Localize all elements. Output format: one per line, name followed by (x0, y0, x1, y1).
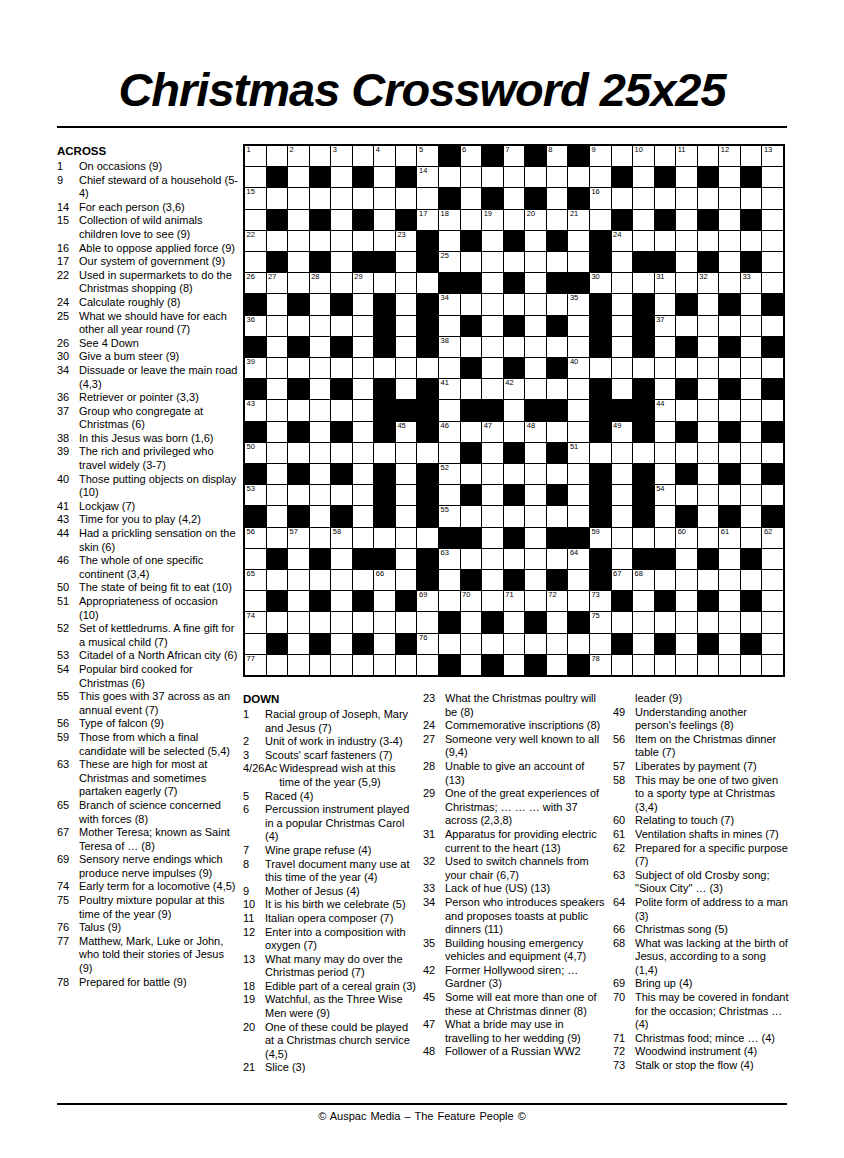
grid-cell[interactable] (633, 231, 654, 251)
grid-cell[interactable] (439, 167, 460, 187)
grid-cell[interactable] (267, 655, 288, 675)
grid-cell[interactable] (762, 167, 783, 187)
grid-cell[interactable] (612, 443, 633, 463)
grid-cell[interactable]: 76 (417, 634, 438, 654)
grid-cell[interactable] (612, 612, 633, 632)
grid-cell[interactable] (267, 464, 288, 484)
grid-cell[interactable]: 5 (417, 146, 438, 166)
grid-cell[interactable]: 35 (568, 294, 589, 314)
grid-cell[interactable] (288, 549, 309, 569)
grid-cell[interactable]: 63 (439, 549, 460, 569)
grid-cell[interactable] (267, 570, 288, 590)
grid-cell[interactable] (482, 167, 503, 187)
grid-cell[interactable] (482, 294, 503, 314)
grid-cell[interactable] (417, 188, 438, 208)
grid-cell[interactable]: 64 (568, 549, 589, 569)
grid-cell[interactable] (547, 167, 568, 187)
grid-cell[interactable] (482, 528, 503, 548)
grid-cell[interactable]: 25 (439, 252, 460, 272)
grid-cell[interactable] (698, 570, 719, 590)
grid-cell[interactable] (461, 167, 482, 187)
grid-cell[interactable] (353, 316, 374, 336)
grid-cell[interactable] (353, 400, 374, 420)
grid-cell[interactable]: 27 (267, 273, 288, 293)
grid-cell[interactable] (461, 337, 482, 357)
grid-cell[interactable] (267, 358, 288, 378)
grid-cell[interactable] (267, 528, 288, 548)
grid-cell[interactable] (525, 591, 546, 611)
grid-cell[interactable] (719, 549, 740, 569)
grid-cell[interactable]: 45 (396, 422, 417, 442)
grid-cell[interactable] (762, 231, 783, 251)
grid-cell[interactable] (331, 358, 352, 378)
grid-cell[interactable] (374, 591, 395, 611)
grid-cell[interactable] (612, 464, 633, 484)
grid-cell[interactable] (245, 167, 266, 187)
grid-cell[interactable] (719, 210, 740, 230)
grid-cell[interactable]: 30 (590, 273, 611, 293)
grid-cell[interactable] (590, 210, 611, 230)
grid-cell[interactable] (655, 443, 676, 463)
grid-cell[interactable] (568, 400, 589, 420)
grid-cell[interactable] (353, 358, 374, 378)
grid-cell[interactable] (590, 443, 611, 463)
grid-cell[interactable]: 37 (655, 316, 676, 336)
grid-cell[interactable]: 24 (612, 231, 633, 251)
grid-cell[interactable] (288, 188, 309, 208)
grid-cell[interactable] (288, 655, 309, 675)
grid-cell[interactable] (374, 443, 395, 463)
grid-cell[interactable] (288, 443, 309, 463)
grid-cell[interactable] (762, 400, 783, 420)
grid-cell[interactable] (655, 294, 676, 314)
grid-cell[interactable] (396, 506, 417, 526)
grid-cell[interactable] (676, 655, 697, 675)
grid-cell[interactable] (267, 422, 288, 442)
grid-cell[interactable] (525, 485, 546, 505)
grid-cell[interactable]: 21 (568, 210, 589, 230)
grid-cell[interactable] (482, 591, 503, 611)
grid-cell[interactable] (612, 506, 633, 526)
grid-cell[interactable] (504, 294, 525, 314)
grid-cell[interactable] (396, 528, 417, 548)
grid-cell[interactable] (374, 528, 395, 548)
grid-cell[interactable]: 18 (439, 210, 460, 230)
grid-cell[interactable] (353, 146, 374, 166)
grid-cell[interactable] (612, 379, 633, 399)
grid-cell[interactable] (698, 612, 719, 632)
grid-cell[interactable] (331, 570, 352, 590)
grid-cell[interactable] (633, 188, 654, 208)
grid-cell[interactable]: 43 (245, 400, 266, 420)
grid-cell[interactable]: 34 (439, 294, 460, 314)
grid-cell[interactable] (288, 167, 309, 187)
grid-cell[interactable] (288, 400, 309, 420)
grid-cell[interactable] (461, 612, 482, 632)
grid-cell[interactable] (482, 506, 503, 526)
grid-cell[interactable]: 71 (504, 591, 525, 611)
grid-cell[interactable] (504, 422, 525, 442)
grid-cell[interactable]: 68 (633, 570, 654, 590)
grid-cell[interactable] (547, 294, 568, 314)
grid-cell[interactable] (655, 231, 676, 251)
grid-cell[interactable]: 54 (655, 485, 676, 505)
grid-cell[interactable] (762, 612, 783, 632)
grid-cell[interactable]: 78 (590, 655, 611, 675)
grid-cell[interactable] (655, 506, 676, 526)
grid-cell[interactable] (676, 612, 697, 632)
grid-cell[interactable] (698, 443, 719, 463)
grid-cell[interactable]: 1 (245, 146, 266, 166)
grid-cell[interactable] (482, 570, 503, 590)
grid-cell[interactable] (353, 485, 374, 505)
grid-cell[interactable] (482, 231, 503, 251)
grid-cell[interactable] (310, 188, 331, 208)
grid-cell[interactable] (612, 252, 633, 272)
grid-cell[interactable] (568, 422, 589, 442)
grid-cell[interactable] (655, 570, 676, 590)
grid-cell[interactable]: 9 (590, 146, 611, 166)
grid-cell[interactable] (719, 612, 740, 632)
grid-cell[interactable] (741, 612, 762, 632)
grid-cell[interactable] (461, 252, 482, 272)
grid-cell[interactable] (353, 528, 374, 548)
grid-cell[interactable] (547, 506, 568, 526)
grid-cell[interactable]: 77 (245, 655, 266, 675)
grid-cell[interactable]: 62 (762, 528, 783, 548)
grid-cell[interactable]: 32 (698, 273, 719, 293)
grid-cell[interactable] (417, 655, 438, 675)
grid-cell[interactable] (374, 188, 395, 208)
grid-cell[interactable] (504, 612, 525, 632)
grid-cell[interactable] (590, 167, 611, 187)
grid-cell[interactable] (525, 252, 546, 272)
grid-cell[interactable] (676, 188, 697, 208)
grid-cell[interactable] (245, 252, 266, 272)
grid-cell[interactable]: 3 (331, 146, 352, 166)
grid-cell[interactable] (504, 188, 525, 208)
grid-cell[interactable] (374, 273, 395, 293)
grid-cell[interactable] (741, 570, 762, 590)
grid-cell[interactable] (396, 612, 417, 632)
grid-cell[interactable]: 70 (461, 591, 482, 611)
grid-cell[interactable] (310, 655, 331, 675)
grid-cell[interactable] (633, 358, 654, 378)
grid-cell[interactable] (267, 485, 288, 505)
grid-cell[interactable] (547, 379, 568, 399)
grid-cell[interactable]: 69 (417, 591, 438, 611)
grid-cell[interactable] (504, 549, 525, 569)
grid-cell[interactable] (612, 316, 633, 336)
grid-cell[interactable] (245, 634, 266, 654)
grid-cell[interactable] (245, 549, 266, 569)
grid-cell[interactable] (482, 485, 503, 505)
grid-cell[interactable] (741, 485, 762, 505)
grid-cell[interactable] (396, 337, 417, 357)
grid-cell[interactable] (353, 188, 374, 208)
grid-cell[interactable]: 75 (590, 612, 611, 632)
grid-cell[interactable] (762, 655, 783, 675)
grid-cell[interactable] (353, 231, 374, 251)
grid-cell[interactable]: 49 (612, 422, 633, 442)
grid-cell[interactable] (267, 506, 288, 526)
grid-cell[interactable] (288, 358, 309, 378)
grid-cell[interactable] (396, 464, 417, 484)
grid-cell[interactable] (482, 379, 503, 399)
grid-cell[interactable]: 66 (374, 570, 395, 590)
grid-cell[interactable] (762, 485, 783, 505)
grid-cell[interactable] (676, 316, 697, 336)
grid-cell[interactable] (741, 655, 762, 675)
grid-cell[interactable] (698, 316, 719, 336)
grid-cell[interactable] (331, 591, 352, 611)
grid-cell[interactable] (741, 316, 762, 336)
grid-cell[interactable] (310, 464, 331, 484)
grid-cell[interactable] (288, 612, 309, 632)
grid-cell[interactable] (741, 506, 762, 526)
grid-cell[interactable] (633, 167, 654, 187)
grid-cell[interactable] (719, 655, 740, 675)
grid-cell[interactable] (698, 464, 719, 484)
grid-cell[interactable] (525, 337, 546, 357)
grid-cell[interactable]: 36 (245, 316, 266, 336)
grid-cell[interactable] (482, 252, 503, 272)
grid-cell[interactable] (417, 273, 438, 293)
grid-cell[interactable] (719, 443, 740, 463)
grid-cell[interactable]: 44 (655, 400, 676, 420)
grid-cell[interactable]: 33 (741, 273, 762, 293)
grid-cell[interactable] (547, 337, 568, 357)
grid-cell[interactable] (267, 400, 288, 420)
grid-cell[interactable] (698, 337, 719, 357)
grid-cell[interactable] (482, 316, 503, 336)
grid-cell[interactable] (267, 231, 288, 251)
grid-cell[interactable] (762, 273, 783, 293)
grid-cell[interactable] (719, 252, 740, 272)
grid-cell[interactable] (719, 591, 740, 611)
grid-cell[interactable] (396, 485, 417, 505)
grid-cell[interactable] (353, 464, 374, 484)
grid-cell[interactable] (310, 294, 331, 314)
grid-cell[interactable] (741, 400, 762, 420)
grid-cell[interactable]: 6 (461, 146, 482, 166)
grid-cell[interactable] (655, 146, 676, 166)
grid-cell[interactable] (374, 210, 395, 230)
grid-cell[interactable] (568, 570, 589, 590)
grid-cell[interactable] (396, 655, 417, 675)
grid-cell[interactable] (525, 443, 546, 463)
grid-cell[interactable] (676, 167, 697, 187)
grid-cell[interactable] (547, 210, 568, 230)
grid-cell[interactable] (417, 528, 438, 548)
grid-cell[interactable] (568, 167, 589, 187)
grid-cell[interactable] (676, 231, 697, 251)
grid-cell[interactable]: 10 (633, 146, 654, 166)
grid-cell[interactable]: 29 (353, 273, 374, 293)
grid-cell[interactable] (568, 231, 589, 251)
grid-cell[interactable] (396, 273, 417, 293)
grid-cell[interactable] (676, 252, 697, 272)
grid-cell[interactable]: 2 (288, 146, 309, 166)
grid-cell[interactable]: 7 (504, 146, 525, 166)
grid-cell[interactable] (633, 634, 654, 654)
grid-cell[interactable] (374, 612, 395, 632)
grid-cell[interactable] (396, 443, 417, 463)
grid-cell[interactable] (310, 506, 331, 526)
grid-cell[interactable]: 72 (547, 591, 568, 611)
grid-cell[interactable] (310, 146, 331, 166)
grid-cell[interactable] (331, 612, 352, 632)
grid-cell[interactable] (762, 634, 783, 654)
grid-cell[interactable] (676, 400, 697, 420)
grid-cell[interactable] (676, 549, 697, 569)
grid-cell[interactable]: 22 (245, 231, 266, 251)
grid-cell[interactable] (417, 358, 438, 378)
grid-cell[interactable]: 40 (568, 358, 589, 378)
grid-cell[interactable] (719, 231, 740, 251)
grid-cell[interactable] (633, 210, 654, 230)
grid-cell[interactable] (719, 167, 740, 187)
grid-cell[interactable]: 51 (568, 443, 589, 463)
grid-cell[interactable] (310, 422, 331, 442)
grid-cell[interactable] (698, 485, 719, 505)
grid-cell[interactable] (288, 231, 309, 251)
grid-cell[interactable] (676, 591, 697, 611)
grid-cell[interactable] (719, 358, 740, 378)
grid-cell[interactable] (698, 655, 719, 675)
grid-cell[interactable] (762, 570, 783, 590)
grid-cell[interactable] (698, 294, 719, 314)
grid-cell[interactable] (482, 273, 503, 293)
grid-cell[interactable] (288, 252, 309, 272)
grid-cell[interactable] (353, 570, 374, 590)
grid-cell[interactable]: 12 (719, 146, 740, 166)
grid-cell[interactable] (482, 634, 503, 654)
grid-cell[interactable] (741, 422, 762, 442)
grid-cell[interactable] (310, 612, 331, 632)
grid-cell[interactable]: 26 (245, 273, 266, 293)
grid-cell[interactable]: 74 (245, 612, 266, 632)
grid-cell[interactable]: 28 (310, 273, 331, 293)
grid-cell[interactable] (547, 612, 568, 632)
grid-cell[interactable]: 56 (245, 528, 266, 548)
grid-cell[interactable] (741, 188, 762, 208)
grid-cell[interactable] (655, 612, 676, 632)
grid-cell[interactable]: 73 (590, 591, 611, 611)
grid-cell[interactable] (698, 231, 719, 251)
grid-cell[interactable] (374, 634, 395, 654)
grid-cell[interactable] (698, 422, 719, 442)
grid-cell[interactable] (439, 316, 460, 336)
grid-cell[interactable] (396, 294, 417, 314)
grid-cell[interactable]: 38 (439, 337, 460, 357)
grid-cell[interactable] (547, 655, 568, 675)
grid-cell[interactable]: 61 (719, 528, 740, 548)
grid-cell[interactable] (762, 316, 783, 336)
grid-cell[interactable] (762, 188, 783, 208)
grid-cell[interactable]: 55 (439, 506, 460, 526)
grid-cell[interactable] (612, 485, 633, 505)
grid-cell[interactable] (461, 294, 482, 314)
grid-cell[interactable]: 13 (762, 146, 783, 166)
grid-cell[interactable] (612, 294, 633, 314)
grid-cell[interactable]: 20 (525, 210, 546, 230)
grid-cell[interactable] (655, 422, 676, 442)
grid-cell[interactable]: 4 (374, 146, 395, 166)
grid-cell[interactable] (612, 358, 633, 378)
grid-cell[interactable]: 14 (417, 167, 438, 187)
grid-cell[interactable] (374, 655, 395, 675)
grid-cell[interactable] (719, 634, 740, 654)
grid-cell[interactable] (741, 443, 762, 463)
grid-cell[interactable]: 39 (245, 358, 266, 378)
grid-cell[interactable] (267, 294, 288, 314)
grid-cell[interactable] (288, 591, 309, 611)
grid-cell[interactable] (267, 337, 288, 357)
grid-cell[interactable]: 65 (245, 570, 266, 590)
grid-cell[interactable] (698, 400, 719, 420)
grid-cell[interactable] (374, 231, 395, 251)
grid-cell[interactable] (331, 210, 352, 230)
grid-cell[interactable] (353, 506, 374, 526)
grid-cell[interactable] (741, 528, 762, 548)
grid-cell[interactable] (482, 443, 503, 463)
grid-cell[interactable] (547, 188, 568, 208)
grid-cell[interactable] (612, 549, 633, 569)
grid-cell[interactable] (482, 358, 503, 378)
grid-cell[interactable] (482, 337, 503, 357)
grid-cell[interactable] (439, 591, 460, 611)
grid-cell[interactable] (461, 506, 482, 526)
grid-cell[interactable] (504, 210, 525, 230)
grid-cell[interactable] (504, 655, 525, 675)
grid-cell[interactable] (504, 252, 525, 272)
grid-cell[interactable] (762, 443, 783, 463)
grid-cell[interactable] (698, 528, 719, 548)
grid-cell[interactable] (741, 231, 762, 251)
grid-cell[interactable]: 11 (676, 146, 697, 166)
grid-cell[interactable] (568, 634, 589, 654)
grid-cell[interactable] (762, 591, 783, 611)
grid-cell[interactable] (396, 549, 417, 569)
grid-cell[interactable] (568, 316, 589, 336)
grid-cell[interactable] (331, 634, 352, 654)
grid-cell[interactable] (396, 570, 417, 590)
grid-cell[interactable] (633, 443, 654, 463)
grid-cell[interactable]: 57 (288, 528, 309, 548)
grid-cell[interactable] (310, 400, 331, 420)
grid-cell[interactable] (612, 188, 633, 208)
grid-cell[interactable] (353, 422, 374, 442)
grid-cell[interactable] (568, 337, 589, 357)
grid-cell[interactable] (310, 358, 331, 378)
grid-cell[interactable] (310, 570, 331, 590)
grid-cell[interactable]: 42 (504, 379, 525, 399)
grid-cell[interactable]: 47 (482, 422, 503, 442)
grid-cell[interactable] (245, 210, 266, 230)
grid-cell[interactable] (741, 464, 762, 484)
grid-cell[interactable] (353, 655, 374, 675)
grid-cell[interactable] (655, 337, 676, 357)
grid-cell[interactable]: 19 (482, 210, 503, 230)
grid-cell[interactable]: 53 (245, 485, 266, 505)
grid-cell[interactable] (525, 316, 546, 336)
grid-cell[interactable] (310, 316, 331, 336)
grid-cell[interactable] (633, 655, 654, 675)
grid-cell[interactable] (719, 485, 740, 505)
grid-cell[interactable] (741, 146, 762, 166)
grid-cell[interactable] (331, 443, 352, 463)
